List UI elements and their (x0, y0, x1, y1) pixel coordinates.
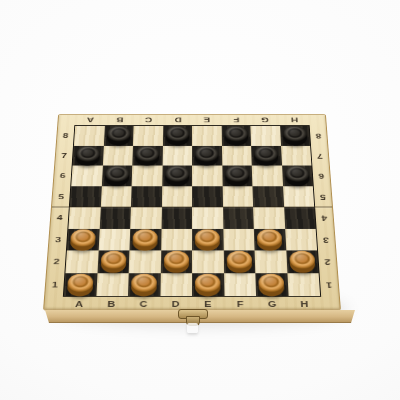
files-top: ABCDEFGH (75, 115, 308, 125)
square-f4[interactable] (223, 207, 254, 228)
square-g3[interactable] (254, 228, 286, 250)
file-label-top-e: E (192, 116, 221, 123)
checker-light-a1[interactable] (67, 275, 94, 293)
rank-label-left-1: 1 (45, 273, 64, 296)
file-label-top-d: D (163, 116, 192, 123)
square-e6[interactable] (192, 166, 222, 187)
square-d1[interactable] (160, 273, 192, 296)
file-label-top-a: A (75, 116, 105, 123)
square-e5[interactable] (192, 186, 223, 207)
square-b1[interactable] (96, 273, 129, 296)
square-b8[interactable] (103, 126, 133, 146)
square-e7[interactable] (192, 145, 222, 165)
checker-light-f2[interactable] (226, 253, 252, 271)
clasp-keeper (187, 323, 198, 333)
square-c5[interactable] (131, 186, 162, 207)
square-d3[interactable] (161, 228, 192, 250)
square-a3[interactable] (67, 228, 99, 250)
checker-dark-a7[interactable] (76, 147, 101, 163)
checker-light-e3[interactable] (195, 231, 220, 249)
square-c2[interactable] (129, 250, 161, 273)
rank-label-left-7: 7 (55, 145, 73, 165)
square-e2[interactable] (192, 250, 224, 273)
files-bottom: ABCDEFGH (63, 297, 321, 309)
checker-dark-f8[interactable] (224, 128, 248, 144)
square-c7[interactable] (132, 145, 162, 165)
square-b5[interactable] (100, 186, 131, 207)
rank-label-right-1: 1 (320, 273, 339, 296)
square-b6[interactable] (101, 166, 132, 187)
checker-light-c1[interactable] (131, 275, 157, 293)
square-b3[interactable] (98, 228, 130, 250)
square-a5[interactable] (70, 186, 102, 207)
square-c8[interactable] (133, 126, 163, 146)
square-d8[interactable] (162, 126, 192, 146)
square-g5[interactable] (252, 186, 283, 207)
square-d5[interactable] (161, 186, 192, 207)
square-f1[interactable] (224, 273, 256, 296)
checker-light-c3[interactable] (133, 231, 158, 249)
square-e8[interactable] (192, 126, 222, 146)
checker-dark-d8[interactable] (165, 128, 189, 144)
rank-label-right-2: 2 (318, 250, 337, 273)
checker-dark-f6[interactable] (225, 168, 249, 184)
file-label-bottom-a: A (63, 299, 96, 308)
rank-label-left-5: 5 (52, 186, 70, 207)
fold-seam (52, 206, 332, 207)
rank-label-right-5: 5 (314, 186, 332, 207)
square-c4[interactable] (130, 207, 161, 228)
rank-label-left-8: 8 (57, 126, 75, 146)
file-label-bottom-e: E (192, 299, 224, 308)
file-label-bottom-b: B (95, 299, 128, 308)
checker-dark-c7[interactable] (135, 147, 159, 163)
square-h2[interactable] (286, 250, 319, 273)
checker-dark-h8[interactable] (283, 128, 307, 144)
square-f7[interactable] (222, 145, 252, 165)
checker-light-a3[interactable] (70, 231, 96, 249)
square-a8[interactable] (74, 126, 105, 146)
square-d2[interactable] (160, 250, 192, 273)
square-f8[interactable] (221, 126, 251, 146)
checker-light-g3[interactable] (257, 231, 283, 249)
square-a2[interactable] (65, 250, 98, 273)
square-b7[interactable] (102, 145, 133, 165)
square-h4[interactable] (284, 207, 316, 228)
square-b4[interactable] (99, 207, 131, 228)
file-label-top-h: H (279, 116, 309, 123)
rank-label-right-4: 4 (315, 207, 334, 228)
square-f3[interactable] (223, 228, 255, 250)
square-g2[interactable] (255, 250, 287, 273)
square-h5[interactable] (283, 186, 315, 207)
square-g7[interactable] (251, 145, 282, 165)
square-h1[interactable] (287, 273, 320, 296)
square-e1[interactable] (192, 273, 224, 296)
file-label-top-c: C (134, 116, 163, 123)
file-label-top-g: G (250, 116, 279, 123)
square-g6[interactable] (252, 166, 283, 187)
square-f5[interactable] (222, 186, 253, 207)
photo-background: ABCDEFGH ABCDEFGH 87654321 87654321 (0, 0, 400, 400)
square-h3[interactable] (285, 228, 317, 250)
square-a6[interactable] (71, 166, 102, 187)
checker-light-d2[interactable] (164, 253, 189, 271)
square-d7[interactable] (162, 145, 192, 165)
square-c1[interactable] (128, 273, 160, 296)
rank-label-right-6: 6 (312, 166, 330, 187)
square-c3[interactable] (129, 228, 161, 250)
rank-label-right-3: 3 (317, 228, 336, 250)
checker-dark-d6[interactable] (165, 168, 189, 184)
square-h6[interactable] (282, 166, 313, 187)
checker-dark-b6[interactable] (105, 168, 130, 184)
file-label-top-b: B (105, 116, 134, 123)
rank-label-left-3: 3 (49, 228, 68, 250)
board-grid (63, 125, 321, 296)
square-c6[interactable] (132, 166, 163, 187)
checker-dark-g7[interactable] (254, 147, 278, 163)
checker-light-h2[interactable] (289, 253, 315, 271)
square-f6[interactable] (222, 166, 253, 187)
rank-label-left-4: 4 (50, 207, 69, 228)
file-label-top-f: F (221, 116, 250, 123)
square-d6[interactable] (162, 166, 192, 187)
file-label-bottom-c: C (128, 299, 160, 308)
file-label-bottom-d: D (160, 299, 192, 308)
square-h7[interactable] (281, 145, 312, 165)
rank-label-right-8: 8 (310, 126, 328, 146)
square-e4[interactable] (192, 207, 223, 228)
checker-dark-e7[interactable] (195, 147, 219, 163)
square-h8[interactable] (280, 126, 311, 146)
square-g4[interactable] (253, 207, 285, 228)
square-f2[interactable] (223, 250, 255, 273)
square-g8[interactable] (250, 126, 280, 146)
file-label-bottom-h: H (288, 299, 321, 308)
rank-label-left-2: 2 (47, 250, 66, 273)
square-d4[interactable] (161, 207, 192, 228)
checker-light-g1[interactable] (259, 275, 285, 293)
checker-light-b2[interactable] (100, 253, 126, 271)
square-e3[interactable] (192, 228, 223, 250)
square-a4[interactable] (68, 207, 100, 228)
rank-label-left-6: 6 (54, 166, 72, 187)
square-g1[interactable] (255, 273, 288, 296)
checkers-board: ABCDEFGH ABCDEFGH 87654321 87654321 (43, 114, 341, 310)
file-label-bottom-f: F (224, 299, 256, 308)
checker-dark-h6[interactable] (285, 168, 310, 184)
checker-dark-b8[interactable] (106, 128, 130, 144)
file-label-bottom-g: G (256, 299, 289, 308)
square-b2[interactable] (97, 250, 129, 273)
checker-light-e1[interactable] (195, 275, 221, 293)
square-a1[interactable] (64, 273, 97, 296)
square-a7[interactable] (73, 145, 104, 165)
rank-label-right-7: 7 (311, 145, 329, 165)
